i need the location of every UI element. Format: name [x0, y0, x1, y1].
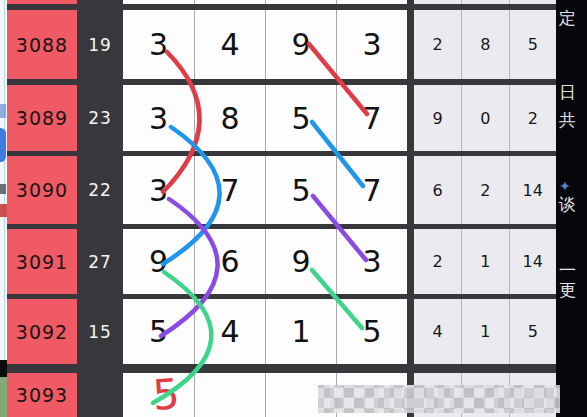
digit-cell: [194, 0, 265, 4]
digit-cell: 5: [336, 299, 407, 364]
rows-host: 3088 19 3 4 9 3 2 8 5 3089 23 3 8 5 7 9 …: [7, 10, 556, 373]
stat-cell: 2: [461, 156, 508, 224]
menu-item[interactable]: 定: [559, 8, 576, 28]
column-divider: [407, 85, 414, 151]
digit-cell: 6: [194, 229, 265, 294]
digit-cell: 1: [265, 299, 336, 364]
stat-cell: 14: [509, 229, 556, 294]
trend-row: 3092 15 5 4 1 5 4 1 5: [7, 299, 556, 373]
stat-cell: 0: [461, 85, 508, 151]
right-menu-strip: 定 日 共 ✦ 谈 一 更: [556, 0, 587, 417]
digit-cell: 9: [265, 10, 336, 79]
digit-cell: 3: [123, 156, 194, 224]
stat-cell: 1: [461, 299, 508, 364]
digit-cell: 7: [336, 156, 407, 224]
stat-cell: 6: [414, 156, 461, 224]
sum-value: 23: [77, 85, 123, 151]
page-edge-sliver: [0, 0, 7, 417]
digit-cell: 7: [194, 156, 265, 224]
digit-cell: [336, 0, 407, 4]
column-divider: [407, 229, 414, 294]
digit-cell: 8: [194, 85, 265, 151]
trend-row: 3089 23 3 8 5 7 9 0 2: [7, 85, 556, 156]
sum-value: 15: [77, 299, 123, 364]
digit-cell: 3: [336, 229, 407, 294]
pencil-digit-red-5: 5: [144, 371, 187, 417]
stat-cell: 9: [414, 85, 461, 151]
trend-row: 3088 19 3 4 9 3 2 8 5: [7, 10, 556, 85]
stat-cell: 2: [509, 85, 556, 151]
sum-value: [77, 373, 123, 417]
column-divider: [407, 156, 414, 224]
digit-cell: 4: [194, 299, 265, 364]
stat-cell: [461, 0, 508, 4]
stat-cell: 8: [461, 10, 508, 79]
digit-cell: 9: [123, 229, 194, 294]
issue-number: 3089: [7, 85, 77, 151]
digit-cell: 3: [123, 10, 194, 79]
trend-chart-screenshot: 3088 19 3 4 9 3 2 8 5 3089 23 3 8 5 7 9 …: [0, 0, 587, 417]
sum-value: 27: [77, 229, 123, 294]
stat-cell: 4: [414, 299, 461, 364]
tiny-blue-text: [0, 104, 6, 118]
page-border-line: [4, 0, 5, 360]
issue-number: 3092: [7, 299, 77, 364]
sum-cell: [77, 0, 123, 4]
stat-cell: [414, 0, 461, 4]
menu-item[interactable]: 谈: [559, 194, 576, 214]
sum-value: 19: [77, 10, 123, 79]
menu-item[interactable]: 更: [559, 280, 576, 300]
menu-item[interactable]: 一: [559, 260, 576, 280]
stat-cell: 2: [414, 10, 461, 79]
partial-top-row: [7, 0, 556, 10]
column-divider: [407, 299, 414, 364]
stat-cell: 1: [461, 229, 508, 294]
digit-cell: [265, 0, 336, 4]
black-block: [0, 360, 7, 377]
digit-cell: 9: [265, 229, 336, 294]
menu-item[interactable]: 日: [559, 82, 576, 102]
pixelated-watermark: [318, 385, 560, 413]
digit-cell: 5: [123, 299, 194, 364]
issue-number: 3093: [7, 373, 77, 417]
stat-cell: [509, 0, 556, 4]
stat-cell: 5: [509, 10, 556, 79]
digit-cell: [194, 373, 265, 417]
trend-table: 3088 19 3 4 9 3 2 8 5 3089 23 3 8 5 7 9 …: [7, 0, 556, 417]
sum-value: 22: [77, 156, 123, 224]
tiny-red-stamp: [0, 204, 7, 217]
digit-cell: 5: [265, 156, 336, 224]
floating-pill-button[interactable]: [0, 128, 6, 162]
menu-item[interactable]: 共: [559, 110, 576, 130]
digit-cell: [123, 0, 194, 4]
stat-cell: 14: [509, 156, 556, 224]
issue-cell: [7, 0, 77, 4]
digit-cell: 5: [265, 85, 336, 151]
green-block: [0, 377, 7, 417]
issue-number: 3088: [7, 10, 77, 79]
column-divider: [407, 10, 414, 79]
digit-cell: 3: [123, 85, 194, 151]
digit-cell: 7: [336, 85, 407, 151]
tiny-dark-glyph: [0, 184, 6, 194]
trend-row: 3090 22 3 7 5 7 6 2 14: [7, 156, 556, 229]
menu-icon[interactable]: ✦: [559, 176, 571, 196]
stat-cell: 2: [414, 229, 461, 294]
stat-cell: 5: [509, 299, 556, 364]
issue-number: 3091: [7, 229, 77, 294]
digit-cell: 4: [194, 10, 265, 79]
digit-cell: 3: [336, 10, 407, 79]
issue-number: 3090: [7, 156, 77, 224]
trend-row: 3091 27 9 6 9 3 2 1 14: [7, 229, 556, 299]
column-divider: [407, 0, 414, 4]
